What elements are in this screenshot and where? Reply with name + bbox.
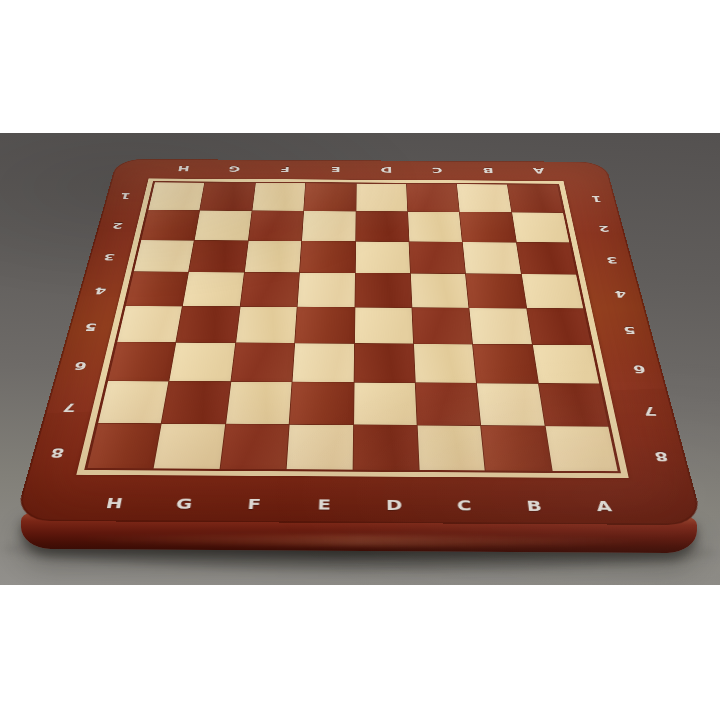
square-h1[interactable] (148, 182, 204, 210)
rank-label-right-7: 7 (622, 390, 679, 434)
square-e1[interactable] (304, 183, 355, 211)
square-g6[interactable] (170, 343, 235, 382)
rank-label-left-2: 2 (94, 211, 141, 242)
file-label-top-b: B (462, 161, 515, 181)
square-e4[interactable] (298, 273, 355, 307)
file-label-bottom-f: F (217, 485, 290, 522)
file-label-top-d: D (361, 160, 412, 180)
square-f1[interactable] (252, 183, 305, 211)
rank-label-right-5: 5 (604, 312, 656, 350)
square-f8[interactable] (220, 424, 288, 469)
square-b2[interactable] (460, 212, 516, 242)
square-b6[interactable] (473, 344, 537, 383)
square-f7[interactable] (226, 382, 292, 424)
file-label-bottom-c: C (428, 487, 501, 524)
square-c6[interactable] (414, 344, 476, 383)
square-e2[interactable] (302, 211, 355, 241)
file-label-bottom-h: H (75, 485, 153, 522)
file-label-top-e: E (310, 160, 361, 180)
square-e8[interactable] (287, 424, 353, 469)
file-label-bottom-d: D (359, 486, 430, 523)
file-label-bottom-b: B (497, 487, 572, 524)
rank-label-right-1: 1 (575, 185, 620, 214)
square-c5[interactable] (412, 308, 472, 344)
square-c3[interactable] (409, 242, 465, 274)
square-h4[interactable] (126, 272, 188, 306)
square-g1[interactable] (200, 183, 255, 211)
square-e5[interactable] (295, 307, 354, 343)
square-g4[interactable] (183, 272, 244, 306)
square-h7[interactable] (98, 381, 168, 423)
square-g5[interactable] (177, 306, 240, 342)
board-grid (88, 182, 618, 471)
file-label-top-h: H (156, 159, 211, 179)
square-d8[interactable] (353, 425, 418, 470)
rank-label-left-3: 3 (84, 241, 133, 274)
square-b4[interactable] (466, 274, 526, 308)
square-a1[interactable] (507, 185, 562, 213)
square-h6[interactable] (108, 342, 176, 381)
square-d2[interactable] (356, 212, 409, 242)
square-d7[interactable] (354, 383, 417, 425)
square-f2[interactable] (249, 211, 304, 241)
square-b3[interactable] (463, 242, 521, 274)
square-a2[interactable] (512, 213, 569, 243)
square-h3[interactable] (134, 240, 194, 272)
square-c7[interactable] (416, 383, 481, 425)
square-a6[interactable] (533, 345, 600, 384)
square-g8[interactable] (154, 424, 225, 469)
square-d5[interactable] (355, 307, 413, 343)
labels-top: HGFEDCBA (156, 159, 567, 181)
square-h5[interactable] (117, 306, 182, 342)
maple-inlay-border (76, 178, 628, 478)
square-c1[interactable] (407, 184, 459, 212)
square-f5[interactable] (236, 307, 297, 343)
file-label-bottom-g: G (146, 485, 221, 522)
square-a5[interactable] (527, 308, 591, 344)
square-d6[interactable] (354, 344, 415, 383)
square-c8[interactable] (417, 425, 484, 470)
square-b1[interactable] (457, 184, 511, 212)
file-label-top-a: A (512, 161, 567, 181)
rank-label-right-3: 3 (588, 244, 636, 277)
square-d1[interactable] (356, 184, 407, 212)
file-label-bottom-a: A (566, 487, 643, 524)
rank-label-left-5: 5 (64, 309, 117, 347)
square-d3[interactable] (355, 241, 410, 273)
square-c4[interactable] (411, 274, 469, 308)
square-a3[interactable] (517, 242, 576, 274)
square-e3[interactable] (300, 241, 355, 273)
chessboard: HGFEDCBA HGFEDCBA 12345678 12345678 (0, 133, 720, 585)
rank-label-right-2: 2 (581, 214, 628, 245)
square-d4[interactable] (355, 273, 411, 307)
square-h8[interactable] (88, 423, 161, 468)
square-g3[interactable] (189, 240, 247, 272)
square-e7[interactable] (290, 382, 353, 424)
file-label-top-g: G (207, 159, 261, 179)
square-a8[interactable] (545, 426, 617, 471)
square-g7[interactable] (162, 382, 230, 424)
rank-label-left-1: 1 (102, 182, 147, 211)
photo-backdrop: HGFEDCBA HGFEDCBA 12345678 12345678 (0, 133, 720, 585)
square-c2[interactable] (408, 212, 462, 242)
rank-label-right-4: 4 (596, 277, 646, 312)
square-g2[interactable] (195, 211, 251, 241)
square-b8[interactable] (481, 426, 551, 471)
file-label-bottom-e: E (288, 486, 359, 523)
square-b7[interactable] (477, 384, 544, 426)
rank-label-left-4: 4 (74, 274, 125, 309)
rank-label-right-8: 8 (632, 434, 692, 482)
rank-label-right-6: 6 (613, 350, 668, 391)
labels-bottom: HGFEDCBA (75, 485, 643, 525)
square-e6[interactable] (293, 343, 354, 382)
square-a4[interactable] (521, 274, 583, 308)
square-f3[interactable] (245, 241, 302, 273)
file-label-top-c: C (411, 161, 463, 181)
square-a7[interactable] (539, 384, 608, 426)
square-h2[interactable] (141, 210, 199, 240)
square-f6[interactable] (231, 343, 294, 382)
inlay-seam (84, 181, 621, 473)
square-b5[interactable] (470, 308, 532, 344)
board-top-face: HGFEDCBA HGFEDCBA 12345678 12345678 (14, 159, 704, 525)
square-f4[interactable] (240, 273, 299, 307)
file-label-top-f: F (258, 160, 311, 180)
